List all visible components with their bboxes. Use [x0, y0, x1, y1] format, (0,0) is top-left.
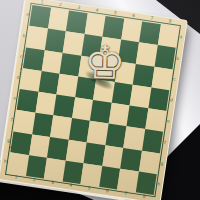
square-e8[interactable] — [145, 108, 166, 132]
square-c5[interactable]: ♚ — [96, 58, 117, 82]
square-b8[interactable] — [154, 45, 175, 69]
square-d8[interactable] — [148, 87, 169, 111]
white-piece-k[interactable]: ♚ — [84, 39, 126, 86]
chess-board[interactable]: 12345678 12345678 abcdefgh abcdefgh 05·S… — [0, 0, 187, 200]
board-grid: ♚ — [7, 5, 179, 195]
square-h8[interactable] — [135, 171, 156, 195]
photo-scene: 12345678 12345678 abcdefgh abcdefgh 05·S… — [0, 0, 200, 200]
square-c8[interactable] — [151, 66, 172, 90]
square-g8[interactable] — [138, 150, 159, 174]
square-f8[interactable] — [142, 129, 163, 153]
square-a8[interactable] — [157, 24, 178, 48]
